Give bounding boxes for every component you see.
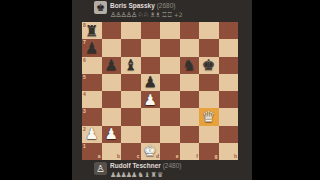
black-pawn[interactable]: ♟ xyxy=(102,58,122,73)
square-c5[interactable] xyxy=(121,74,141,91)
square-f6[interactable]: ♞ xyxy=(180,57,200,74)
rank-label-5: 5 xyxy=(83,75,86,80)
black-bishop[interactable]: ♝ xyxy=(121,58,141,73)
square-f5[interactable] xyxy=(180,74,200,91)
square-f2[interactable] xyxy=(180,126,200,143)
square-e4[interactable] xyxy=(160,91,180,108)
square-e6[interactable] xyxy=(160,57,180,74)
rank-label-1: 1 xyxy=(83,144,86,149)
black-king-avatar-icon: ♚ xyxy=(96,3,105,13)
square-d2[interactable] xyxy=(141,126,161,143)
square-g5[interactable] xyxy=(199,74,219,91)
square-c3[interactable] xyxy=(121,108,141,125)
square-g3[interactable]: ♛ xyxy=(199,108,219,125)
square-d4[interactable]: ♟ xyxy=(141,91,161,108)
bottom-player-captured-pieces: ♟♟♟♟♟ ♞ ♝ ♜ ♛ xyxy=(110,171,162,179)
square-a4[interactable]: 4 xyxy=(82,91,102,108)
black-knight[interactable]: ♞ xyxy=(180,58,200,73)
black-rook[interactable]: ♜ xyxy=(82,23,102,38)
square-f3[interactable] xyxy=(180,108,200,125)
square-e3[interactable] xyxy=(160,108,180,125)
square-e1[interactable]: e xyxy=(160,143,180,160)
top-player-bar: ♚ Boris Spassky (2680) ♙♙♙♙♙ ♘♘ ♗♗ ♖♖+2 xyxy=(72,0,252,22)
square-b7[interactable] xyxy=(102,39,122,56)
square-f8[interactable] xyxy=(180,22,200,39)
square-a5[interactable]: 5 xyxy=(82,74,102,91)
video-frame: ♚ Boris Spassky (2680) ♙♙♙♙♙ ♘♘ ♗♗ ♖♖+2 … xyxy=(0,0,320,180)
square-h2[interactable] xyxy=(219,126,239,143)
rank-label-4: 4 xyxy=(83,92,86,97)
square-c2[interactable] xyxy=(121,126,141,143)
square-a7[interactable]: 7♟ xyxy=(82,39,102,56)
square-a6[interactable]: 6 xyxy=(82,57,102,74)
square-a1[interactable]: 1a xyxy=(82,143,102,160)
top-player-rating: (2680) xyxy=(157,2,176,9)
file-label-b: b xyxy=(117,154,120,159)
square-h5[interactable] xyxy=(219,74,239,91)
square-d7[interactable] xyxy=(141,39,161,56)
top-player-captured-pieces: ♙♙♙♙♙ ♘♘ ♗♗ ♖♖ xyxy=(110,11,172,19)
top-player-name: Boris Spassky xyxy=(110,2,155,9)
bottom-player-bar: ♙ Rudolf Teschner (2480) ♟♟♟♟♟ ♞ ♝ ♜ ♛ xyxy=(72,160,252,180)
file-label-f: f xyxy=(196,154,198,159)
bottom-player-name: Rudolf Teschner xyxy=(110,162,161,169)
square-b4[interactable] xyxy=(102,91,122,108)
game-panel: ♚ Boris Spassky (2680) ♙♙♙♙♙ ♘♘ ♗♗ ♖♖+2 … xyxy=(72,0,252,180)
square-b1[interactable]: b xyxy=(102,143,122,160)
square-h8[interactable] xyxy=(219,22,239,39)
file-label-a: a xyxy=(98,154,101,159)
right-letterbox xyxy=(252,0,320,180)
square-e2[interactable] xyxy=(160,126,180,143)
square-f4[interactable] xyxy=(180,91,200,108)
white-queen[interactable]: ♛ xyxy=(199,109,219,124)
file-label-h: h xyxy=(234,154,237,159)
square-b6[interactable]: ♟ xyxy=(102,57,122,74)
rank-label-6: 6 xyxy=(83,58,86,63)
square-f7[interactable] xyxy=(180,39,200,56)
square-c7[interactable] xyxy=(121,39,141,56)
chess-board: 8♜7♟6♟♝♞♚5♟4♟3♛2♟♟1abcd♚efgh xyxy=(82,22,238,160)
white-pawn-avatar-icon: ♙ xyxy=(96,164,105,174)
top-player-avatar: ♚ xyxy=(94,1,107,14)
square-b8[interactable] xyxy=(102,22,122,39)
bottom-player-info: Rudolf Teschner (2480) ♟♟♟♟♟ ♞ ♝ ♜ ♛ xyxy=(110,161,181,180)
square-e8[interactable] xyxy=(160,22,180,39)
black-pawn[interactable]: ♟ xyxy=(141,75,161,90)
square-c8[interactable] xyxy=(121,22,141,39)
white-pawn[interactable]: ♟ xyxy=(141,92,161,107)
square-g7[interactable] xyxy=(199,39,219,56)
black-pawn[interactable]: ♟ xyxy=(82,40,102,55)
square-g2[interactable] xyxy=(199,126,219,143)
square-a2[interactable]: 2♟ xyxy=(82,126,102,143)
square-h1[interactable]: h xyxy=(219,143,239,160)
rank-label-3: 3 xyxy=(83,109,86,114)
square-c6[interactable]: ♝ xyxy=(121,57,141,74)
square-g1[interactable]: g xyxy=(199,143,219,160)
square-g4[interactable] xyxy=(199,91,219,108)
square-c1[interactable]: c xyxy=(121,143,141,160)
left-letterbox xyxy=(0,0,72,180)
square-d1[interactable]: d♚ xyxy=(141,143,161,160)
white-king[interactable]: ♚ xyxy=(141,144,161,159)
top-player-name-row: Boris Spassky (2680) xyxy=(110,1,183,10)
square-b2[interactable]: ♟ xyxy=(102,126,122,143)
square-d5[interactable]: ♟ xyxy=(141,74,161,91)
square-b3[interactable] xyxy=(102,108,122,125)
square-d3[interactable] xyxy=(141,108,161,125)
square-b5[interactable] xyxy=(102,74,122,91)
white-pawn[interactable]: ♟ xyxy=(82,127,102,142)
white-pawn[interactable]: ♟ xyxy=(102,127,122,142)
square-a8[interactable]: 8♜ xyxy=(82,22,102,39)
top-player-info: Boris Spassky (2680) ♙♙♙♙♙ ♘♘ ♗♗ ♖♖+2 xyxy=(110,1,183,20)
file-label-c: c xyxy=(137,154,140,159)
square-c4[interactable] xyxy=(121,91,141,108)
bottom-player-captured-row: ♟♟♟♟♟ ♞ ♝ ♜ ♛ xyxy=(110,170,181,180)
square-g6[interactable]: ♚ xyxy=(199,57,219,74)
bottom-player-avatar: ♙ xyxy=(94,162,107,175)
square-d8[interactable] xyxy=(141,22,161,39)
file-label-g: g xyxy=(214,154,217,159)
square-h3[interactable] xyxy=(219,108,239,125)
square-e7[interactable] xyxy=(160,39,180,56)
top-player-captured-row: ♙♙♙♙♙ ♘♘ ♗♗ ♖♖+2 xyxy=(110,10,183,20)
file-label-e: e xyxy=(176,154,179,159)
square-h7[interactable] xyxy=(219,39,239,56)
square-d6[interactable] xyxy=(141,57,161,74)
square-g8[interactable] xyxy=(199,22,219,39)
bottom-player-name-row: Rudolf Teschner (2480) xyxy=(110,161,181,170)
square-e5[interactable] xyxy=(160,74,180,91)
black-king[interactable]: ♚ xyxy=(199,58,219,73)
square-f1[interactable]: f xyxy=(180,143,200,160)
square-h4[interactable] xyxy=(219,91,239,108)
top-player-material-advantage: +2 xyxy=(174,11,183,18)
square-a3[interactable]: 3 xyxy=(82,108,102,125)
bottom-player-rating: (2480) xyxy=(163,162,182,169)
square-h6[interactable] xyxy=(219,57,239,74)
